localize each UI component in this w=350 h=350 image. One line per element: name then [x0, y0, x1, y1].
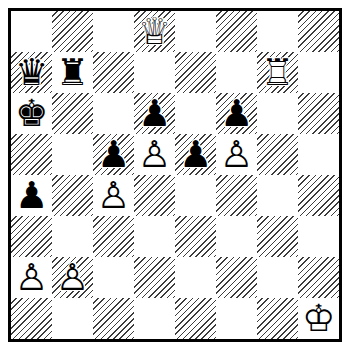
black-king-a6[interactable]: ♚	[11, 93, 52, 134]
square-h8[interactable]	[298, 11, 339, 52]
white-pawn-f5[interactable]: ♟♙	[216, 134, 257, 175]
square-h4[interactable]	[298, 175, 339, 216]
white-pawn-b2[interactable]: ♟♙	[52, 257, 93, 298]
square-c6[interactable]	[93, 93, 134, 134]
square-f2[interactable]	[216, 257, 257, 298]
square-b2[interactable]: ♟♙	[52, 257, 93, 298]
square-e1[interactable]	[175, 298, 216, 339]
square-f3[interactable]	[216, 216, 257, 257]
square-f7[interactable]	[216, 52, 257, 93]
white-pawn-a2[interactable]: ♟♙	[11, 257, 52, 298]
square-a3[interactable]	[11, 216, 52, 257]
square-h5[interactable]	[298, 134, 339, 175]
square-c4[interactable]: ♟♙	[93, 175, 134, 216]
chess-board: ♛♕♛♜♜♖♚♟♟♟♟♙♟♟♙♟♟♙♟♙♟♙♚♔	[11, 11, 339, 339]
square-d6[interactable]: ♟	[134, 93, 175, 134]
square-e6[interactable]	[175, 93, 216, 134]
piece-glyph: ♜	[52, 52, 93, 93]
square-c7[interactable]	[93, 52, 134, 93]
square-b8[interactable]	[52, 11, 93, 52]
white-rook-g7[interactable]: ♜♖	[257, 52, 298, 93]
piece-glyph: ♙	[216, 134, 257, 175]
black-pawn-d6[interactable]: ♟	[134, 93, 175, 134]
square-e4[interactable]	[175, 175, 216, 216]
square-d5[interactable]: ♟♙	[134, 134, 175, 175]
piece-glyph: ♙	[11, 257, 52, 298]
square-h6[interactable]	[298, 93, 339, 134]
white-queen-d8[interactable]: ♛♕	[134, 11, 175, 52]
square-g8[interactable]	[257, 11, 298, 52]
piece-glyph: ♟	[93, 134, 134, 175]
black-queen-a7[interactable]: ♛	[11, 52, 52, 93]
square-d1[interactable]	[134, 298, 175, 339]
square-d4[interactable]	[134, 175, 175, 216]
square-h1[interactable]: ♚♔	[298, 298, 339, 339]
square-c2[interactable]	[93, 257, 134, 298]
piece-glyph: ♔	[298, 298, 339, 339]
square-f4[interactable]	[216, 175, 257, 216]
square-e3[interactable]	[175, 216, 216, 257]
board-frame: ♛♕♛♜♜♖♚♟♟♟♟♙♟♟♙♟♟♙♟♙♟♙♚♔	[8, 8, 342, 342]
piece-glyph: ♕	[134, 11, 175, 52]
square-f6[interactable]: ♟	[216, 93, 257, 134]
square-e2[interactable]	[175, 257, 216, 298]
square-f1[interactable]	[216, 298, 257, 339]
piece-glyph: ♖	[257, 52, 298, 93]
square-c8[interactable]	[93, 11, 134, 52]
white-king-h1[interactable]: ♚♔	[298, 298, 339, 339]
square-c5[interactable]: ♟	[93, 134, 134, 175]
square-a7[interactable]: ♛	[11, 52, 52, 93]
square-e5[interactable]: ♟	[175, 134, 216, 175]
square-a4[interactable]: ♟	[11, 175, 52, 216]
square-f8[interactable]	[216, 11, 257, 52]
piece-glyph: ♟	[175, 134, 216, 175]
piece-glyph: ♙	[134, 134, 175, 175]
square-g6[interactable]	[257, 93, 298, 134]
square-a5[interactable]	[11, 134, 52, 175]
piece-glyph: ♚	[11, 93, 52, 134]
white-pawn-c4[interactable]: ♟♙	[93, 175, 134, 216]
square-b4[interactable]	[52, 175, 93, 216]
square-h3[interactable]	[298, 216, 339, 257]
square-g3[interactable]	[257, 216, 298, 257]
chess-diagram: ♛♕♛♜♜♖♚♟♟♟♟♙♟♟♙♟♟♙♟♙♟♙♚♔	[0, 0, 350, 350]
square-b5[interactable]	[52, 134, 93, 175]
piece-glyph: ♟	[216, 93, 257, 134]
square-g4[interactable]	[257, 175, 298, 216]
white-pawn-d5[interactable]: ♟♙	[134, 134, 175, 175]
square-e8[interactable]	[175, 11, 216, 52]
black-pawn-c5[interactable]: ♟	[93, 134, 134, 175]
square-b6[interactable]	[52, 93, 93, 134]
black-pawn-e5[interactable]: ♟	[175, 134, 216, 175]
piece-glyph: ♙	[93, 175, 134, 216]
piece-glyph: ♟	[134, 93, 175, 134]
square-h7[interactable]	[298, 52, 339, 93]
square-f5[interactable]: ♟♙	[216, 134, 257, 175]
square-a1[interactable]	[11, 298, 52, 339]
square-d2[interactable]	[134, 257, 175, 298]
square-b1[interactable]	[52, 298, 93, 339]
square-g7[interactable]: ♜♖	[257, 52, 298, 93]
square-d7[interactable]	[134, 52, 175, 93]
piece-glyph: ♛	[11, 52, 52, 93]
black-rook-b7[interactable]: ♜	[52, 52, 93, 93]
square-b3[interactable]	[52, 216, 93, 257]
square-c1[interactable]	[93, 298, 134, 339]
piece-glyph: ♟	[11, 175, 52, 216]
square-a8[interactable]	[11, 11, 52, 52]
black-pawn-f6[interactable]: ♟	[216, 93, 257, 134]
square-d8[interactable]: ♛♕	[134, 11, 175, 52]
piece-glyph: ♙	[52, 257, 93, 298]
square-c3[interactable]	[93, 216, 134, 257]
square-e7[interactable]	[175, 52, 216, 93]
square-b7[interactable]: ♜	[52, 52, 93, 93]
square-a2[interactable]: ♟♙	[11, 257, 52, 298]
square-a6[interactable]: ♚	[11, 93, 52, 134]
black-pawn-a4[interactable]: ♟	[11, 175, 52, 216]
square-g1[interactable]	[257, 298, 298, 339]
square-g5[interactable]	[257, 134, 298, 175]
square-d3[interactable]	[134, 216, 175, 257]
square-g2[interactable]	[257, 257, 298, 298]
square-h2[interactable]	[298, 257, 339, 298]
